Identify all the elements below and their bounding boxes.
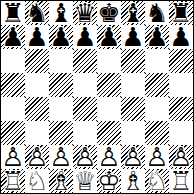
square-e6[interactable] [97,49,121,73]
piece-black-pawn: ♟♟ [169,25,193,49]
piece-white-rook: ♜♖ [169,169,193,193]
square-g1[interactable]: ♞♘ [145,169,169,193]
square-b5[interactable] [25,73,49,97]
piece-glyph: ♔ [97,169,120,193]
piece-black-pawn: ♟♟ [121,25,145,49]
square-h4[interactable] [169,97,193,121]
square-f4[interactable] [121,97,145,121]
piece-black-pawn: ♟♟ [145,25,169,49]
square-b1[interactable]: ♞♘ [25,169,49,193]
piece-glyph: ♘ [145,169,168,193]
piece-glyph: ♟ [121,25,144,49]
piece-glyph: ♟ [145,25,168,49]
square-e1[interactable]: ♚♔ [97,169,121,193]
piece-glyph: ♟ [97,25,120,49]
square-h1[interactable]: ♜♖ [169,169,193,193]
piece-black-pawn: ♟♟ [1,25,25,49]
chess-board: ♜♜♞♞♝♝♛♛♚♚♝♝♞♞♜♜♟♟♟♟♟♟♟♟♟♟♟♟♟♟♟♟♟♙♟♙♟♙♟♙… [0,0,194,194]
square-d1[interactable]: ♛♕ [73,169,97,193]
piece-glyph: ♟ [25,25,48,49]
piece-black-pawn: ♟♟ [25,25,49,49]
piece-glyph: ♟ [49,25,72,49]
square-e7[interactable]: ♟♟ [97,25,121,49]
piece-glyph: ♕ [73,169,96,193]
square-g4[interactable] [145,97,169,121]
piece-glyph: ♗ [121,169,144,193]
piece-black-pawn: ♟♟ [97,25,121,49]
piece-glyph: ♖ [169,169,192,193]
square-c6[interactable] [49,49,73,73]
square-h7[interactable]: ♟♟ [169,25,193,49]
square-f7[interactable]: ♟♟ [121,25,145,49]
square-d6[interactable] [73,49,97,73]
piece-white-knight: ♞♘ [25,169,49,193]
square-a7[interactable]: ♟♟ [1,25,25,49]
piece-glyph: ♘ [25,169,48,193]
square-d5[interactable] [73,73,97,97]
square-f1[interactable]: ♝♗ [121,169,145,193]
square-c4[interactable] [49,97,73,121]
square-a6[interactable] [1,49,25,73]
square-c7[interactable]: ♟♟ [49,25,73,49]
square-f6[interactable] [121,49,145,73]
piece-glyph: ♟ [1,25,24,49]
piece-white-king: ♚♔ [97,169,121,193]
square-b6[interactable] [25,49,49,73]
piece-glyph: ♖ [1,169,24,193]
square-d4[interactable] [73,97,97,121]
square-g5[interactable] [145,73,169,97]
square-d7[interactable]: ♟♟ [73,25,97,49]
piece-black-pawn: ♟♟ [49,25,73,49]
square-a4[interactable] [1,97,25,121]
piece-black-pawn: ♟♟ [73,25,97,49]
piece-white-bishop: ♝♗ [121,169,145,193]
square-b4[interactable] [25,97,49,121]
square-g6[interactable] [145,49,169,73]
square-e5[interactable] [97,73,121,97]
square-a1[interactable]: ♜♖ [1,169,25,193]
piece-glyph: ♗ [49,169,72,193]
piece-white-rook: ♜♖ [1,169,25,193]
square-b7[interactable]: ♟♟ [25,25,49,49]
piece-white-queen: ♛♕ [73,169,97,193]
square-f5[interactable] [121,73,145,97]
piece-glyph: ♟ [73,25,96,49]
piece-glyph: ♟ [169,25,192,49]
piece-white-knight: ♞♘ [145,169,169,193]
square-h5[interactable] [169,73,193,97]
square-h6[interactable] [169,49,193,73]
square-e4[interactable] [97,97,121,121]
square-c1[interactable]: ♝♗ [49,169,73,193]
square-c5[interactable] [49,73,73,97]
square-a5[interactable] [1,73,25,97]
square-g7[interactable]: ♟♟ [145,25,169,49]
piece-white-bishop: ♝♗ [49,169,73,193]
